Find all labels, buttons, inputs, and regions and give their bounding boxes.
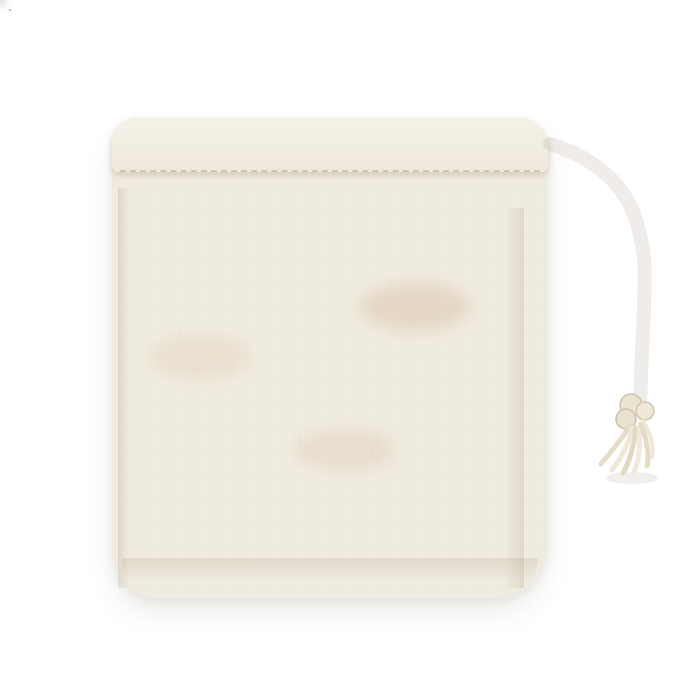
scene (0, 0, 700, 700)
bag-crease-left (118, 188, 134, 588)
rope-tassel (601, 421, 653, 473)
rope-cord (543, 139, 638, 398)
cloth-bag (112, 118, 548, 598)
rope-knot (616, 394, 654, 429)
rope-shadow (550, 144, 645, 403)
bag-bottom-fold (122, 558, 538, 592)
bag-top-band (112, 118, 548, 172)
bag-crease-right (504, 208, 524, 588)
rope-edge (543, 139, 638, 398)
tassel-shadow (606, 472, 658, 484)
bag-stitch-seam (120, 170, 540, 172)
